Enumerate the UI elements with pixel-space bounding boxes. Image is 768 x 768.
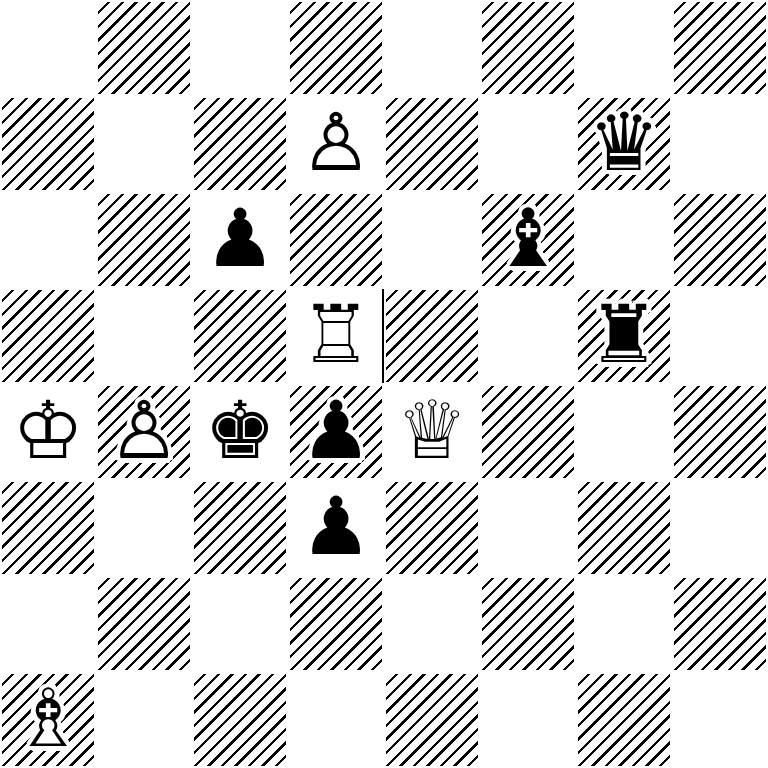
- square-a8[interactable]: [0, 0, 96, 96]
- square-h8[interactable]: [672, 0, 768, 96]
- square-b8[interactable]: [96, 0, 192, 96]
- square-g4[interactable]: [576, 384, 672, 480]
- square-b7[interactable]: [96, 96, 192, 192]
- square-c6[interactable]: ♟♟: [192, 192, 288, 288]
- black-bishop-f6[interactable]: ♝: [480, 192, 576, 288]
- square-b6[interactable]: [96, 192, 192, 288]
- square-a4[interactable]: ♚♔: [0, 384, 96, 480]
- square-e7[interactable]: [384, 96, 480, 192]
- square-c8[interactable]: [192, 0, 288, 96]
- white-king-a4[interactable]: ♔: [0, 384, 96, 480]
- square-d8[interactable]: [288, 0, 384, 96]
- square-g6[interactable]: [576, 192, 672, 288]
- square-b3[interactable]: [96, 480, 192, 576]
- square-f2[interactable]: [480, 576, 576, 672]
- square-d4[interactable]: ♟♟: [288, 384, 384, 480]
- square-b4[interactable]: ♟♙: [96, 384, 192, 480]
- white-pawn-d7[interactable]: ♙: [288, 96, 384, 192]
- square-d3[interactable]: ♟♟: [288, 480, 384, 576]
- square-f6[interactable]: ♝♝: [480, 192, 576, 288]
- square-h5[interactable]: [672, 288, 768, 384]
- square-h1[interactable]: [672, 672, 768, 768]
- square-g3[interactable]: [576, 480, 672, 576]
- square-h7[interactable]: [672, 96, 768, 192]
- white-pawn-b4[interactable]: ♙: [96, 384, 192, 480]
- square-f4[interactable]: [480, 384, 576, 480]
- square-f3[interactable]: [480, 480, 576, 576]
- square-a7[interactable]: [0, 96, 96, 192]
- square-f5[interactable]: [480, 288, 576, 384]
- square-e6[interactable]: [384, 192, 480, 288]
- white-rook-d5[interactable]: ♖: [288, 288, 384, 384]
- square-c5[interactable]: [192, 288, 288, 384]
- square-d1[interactable]: [288, 672, 384, 768]
- square-f7[interactable]: [480, 96, 576, 192]
- square-g2[interactable]: [576, 576, 672, 672]
- square-e8[interactable]: [384, 0, 480, 96]
- square-d5[interactable]: ♜♖: [288, 288, 384, 384]
- square-g5[interactable]: ♜♜: [576, 288, 672, 384]
- square-b2[interactable]: [96, 576, 192, 672]
- square-c2[interactable]: [192, 576, 288, 672]
- white-bishop-a1[interactable]: ♗: [0, 672, 96, 768]
- square-e5[interactable]: [384, 288, 480, 384]
- square-c1[interactable]: [192, 672, 288, 768]
- square-e1[interactable]: [384, 672, 480, 768]
- square-a2[interactable]: [0, 576, 96, 672]
- square-g1[interactable]: [576, 672, 672, 768]
- white-queen-e4[interactable]: ♕: [384, 384, 480, 480]
- square-h3[interactable]: [672, 480, 768, 576]
- square-c7[interactable]: [192, 96, 288, 192]
- square-e3[interactable]: [384, 480, 480, 576]
- square-c3[interactable]: [192, 480, 288, 576]
- square-d2[interactable]: [288, 576, 384, 672]
- square-a6[interactable]: [0, 192, 96, 288]
- square-a3[interactable]: [0, 480, 96, 576]
- black-pawn-d4[interactable]: ♟: [288, 384, 384, 480]
- square-a5[interactable]: [0, 288, 96, 384]
- black-queen-g7[interactable]: ♛: [576, 96, 672, 192]
- square-h2[interactable]: [672, 576, 768, 672]
- square-h4[interactable]: [672, 384, 768, 480]
- chess-board: ♟♙♛♛♟♟♝♝♜♖♜♜♚♔♟♙♚♚♟♟♛♕♟♟♝♗: [0, 0, 768, 768]
- square-g7[interactable]: ♛♛: [576, 96, 672, 192]
- black-pawn-c6[interactable]: ♟: [192, 192, 288, 288]
- square-d6[interactable]: [288, 192, 384, 288]
- square-e4[interactable]: ♛♕: [384, 384, 480, 480]
- black-pawn-d3[interactable]: ♟: [288, 480, 384, 576]
- square-h6[interactable]: [672, 192, 768, 288]
- square-c4[interactable]: ♚♚: [192, 384, 288, 480]
- square-a1[interactable]: ♝♗: [0, 672, 96, 768]
- black-king-c4[interactable]: ♚: [192, 384, 288, 480]
- square-f8[interactable]: [480, 0, 576, 96]
- stray-vertical-line: [382, 289, 384, 383]
- square-b5[interactable]: [96, 288, 192, 384]
- square-b1[interactable]: [96, 672, 192, 768]
- square-e2[interactable]: [384, 576, 480, 672]
- square-f1[interactable]: [480, 672, 576, 768]
- black-rook-g5[interactable]: ♜: [576, 288, 672, 384]
- square-g8[interactable]: [576, 0, 672, 96]
- square-d7[interactable]: ♟♙: [288, 96, 384, 192]
